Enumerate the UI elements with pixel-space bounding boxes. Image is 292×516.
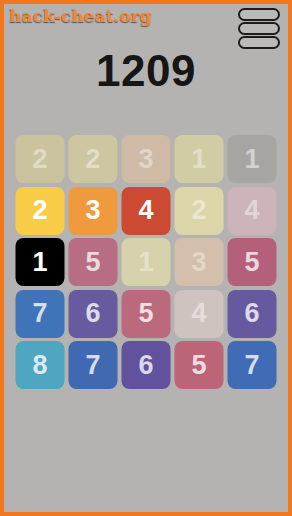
tile-r1c4-faded[interactable]: 1 — [175, 135, 224, 183]
tile-r2c5-faded[interactable]: 4 — [228, 187, 277, 235]
score-display: 1209 — [4, 46, 288, 96]
tile-r4c1-vivid[interactable]: 7 — [16, 290, 65, 338]
tile-r3c3-faded[interactable]: 1 — [122, 238, 171, 286]
tile-r3c1-selected[interactable]: 1 — [16, 238, 65, 286]
tile-r2c4-faded[interactable]: 2 — [175, 187, 224, 235]
hamburger-menu-icon-line — [238, 22, 280, 35]
game-screen: hack-cheat.org 1209 22311234241513576546… — [0, 0, 292, 516]
tile-r1c3-faded[interactable]: 3 — [122, 135, 171, 183]
menu-button[interactable] — [238, 8, 280, 49]
hamburger-menu-icon-line — [238, 8, 280, 21]
tile-r3c4-faded[interactable]: 3 — [175, 238, 224, 286]
tile-r1c2-faded[interactable]: 2 — [69, 135, 118, 183]
tile-r4c2-vivid[interactable]: 6 — [69, 290, 118, 338]
tile-r3c5-vivid[interactable]: 5 — [228, 238, 277, 286]
tile-r2c1-vivid[interactable]: 2 — [16, 187, 65, 235]
tile-r1c5-gray[interactable]: 1 — [228, 135, 277, 183]
tile-r4c4-faded[interactable]: 4 — [175, 290, 224, 338]
tile-r5c1-vivid[interactable]: 8 — [16, 341, 65, 389]
tile-r1c1-faded[interactable]: 2 — [16, 135, 65, 183]
tile-r5c5-vivid[interactable]: 7 — [228, 341, 277, 389]
tile-r5c2-vivid[interactable]: 7 — [69, 341, 118, 389]
tile-r5c3-vivid[interactable]: 6 — [122, 341, 171, 389]
watermark-text: hack-cheat.org — [9, 6, 151, 26]
tile-r4c3-vivid[interactable]: 5 — [122, 290, 171, 338]
tile-r3c2-vivid[interactable]: 5 — [69, 238, 118, 286]
game-board: 2231123424151357654687657 — [16, 135, 277, 389]
tile-r4c5-vivid[interactable]: 6 — [228, 290, 277, 338]
tile-r5c4-vivid[interactable]: 5 — [175, 341, 224, 389]
tile-r2c2-vivid[interactable]: 3 — [69, 187, 118, 235]
tile-r2c3-vivid[interactable]: 4 — [122, 187, 171, 235]
